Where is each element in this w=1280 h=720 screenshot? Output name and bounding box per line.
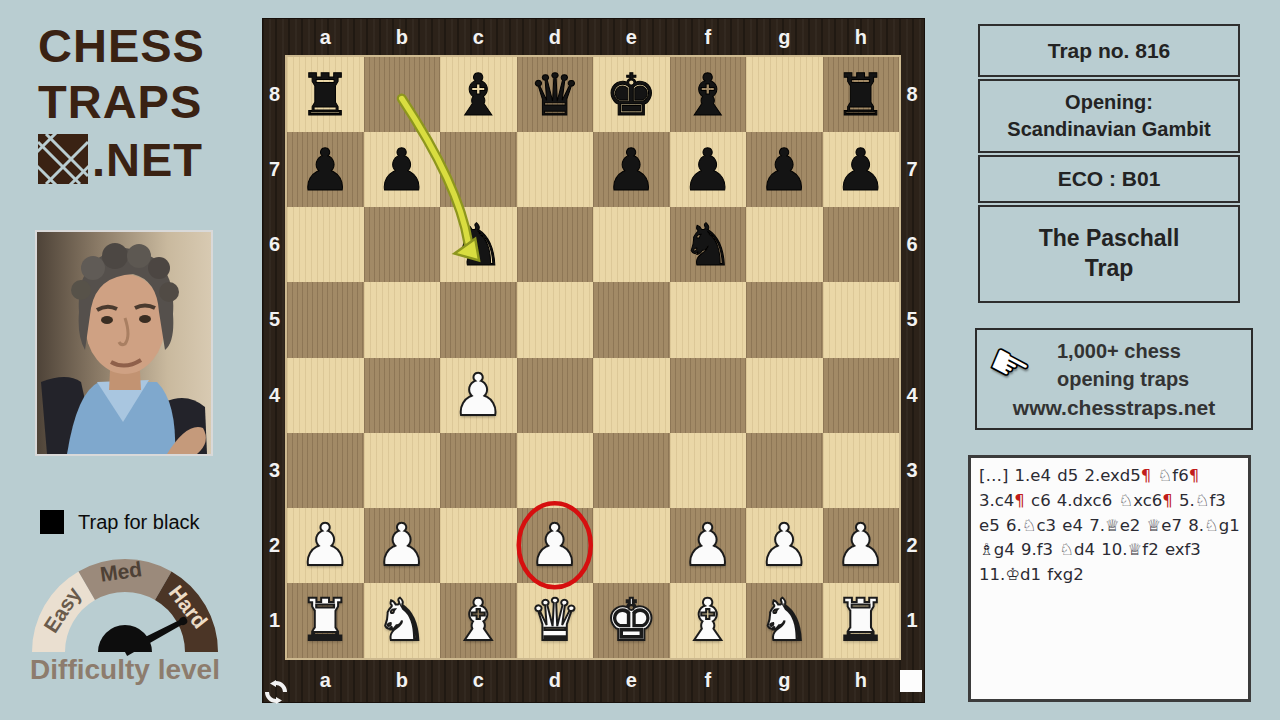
rank-label-6: 6: [899, 207, 925, 282]
file-label-c: c: [440, 658, 517, 703]
rank-label-5: 5: [262, 282, 287, 357]
square-g2: ♟: [746, 508, 823, 583]
square-b2: ♟: [364, 508, 441, 583]
logo-line1: CHESS: [38, 22, 205, 69]
opening-label: Opening:: [1065, 89, 1153, 116]
square-a6: [287, 207, 364, 282]
square-c2: [440, 508, 517, 583]
chess-board: abcdefgh abcdefgh 87654321 87654321 ♜♝♛♚…: [262, 18, 925, 703]
square-b7: ♟: [364, 132, 441, 207]
rank-label-4: 4: [899, 358, 925, 433]
file-label-a: a: [287, 658, 364, 703]
rank-label-3: 3: [262, 433, 287, 508]
black-pawn: ♟: [758, 141, 810, 199]
rank-labels-left: 87654321: [262, 57, 287, 658]
trap-number: Trap no. 816: [1048, 39, 1171, 63]
white-queen: ♛: [529, 591, 581, 649]
rank-label-5: 5: [899, 282, 925, 357]
flip-board-icon[interactable]: [264, 680, 288, 704]
move-annotation-flag: ¶: [1014, 491, 1025, 510]
trap-name-box: The Paschall Trap: [978, 205, 1240, 303]
rank-label-6: 6: [262, 207, 287, 282]
square-a1: ♜: [287, 583, 364, 658]
black-queen: ♛: [529, 66, 581, 124]
square-c7: [440, 132, 517, 207]
square-g7: ♟: [746, 132, 823, 207]
rank-labels-right: 87654321: [899, 57, 925, 658]
square-f3: [670, 433, 747, 508]
site-logo: CHESS TRAPS .NET: [38, 22, 205, 193]
square-e1: ♚: [593, 583, 670, 658]
move-annotation-flag: ¶: [1141, 466, 1152, 485]
square-f7: ♟: [670, 132, 747, 207]
square-d5: [517, 282, 594, 357]
square-e8: ♚: [593, 57, 670, 132]
file-label-f: f: [670, 658, 747, 703]
square-a3: [287, 433, 364, 508]
square-f6: ♞: [670, 207, 747, 282]
rank-label-1: 1: [262, 583, 287, 658]
difficulty-title: Difficulty level: [8, 654, 242, 686]
square-b6: [364, 207, 441, 282]
square-c8: ♝: [440, 57, 517, 132]
square-e2: [593, 508, 670, 583]
square-g8: [746, 57, 823, 132]
file-label-g: g: [746, 658, 823, 703]
rank-label-2: 2: [262, 508, 287, 583]
eco-box: ECO : B01: [978, 155, 1240, 203]
square-a7: ♟: [287, 132, 364, 207]
square-d3: [517, 433, 594, 508]
rank-label-1: 1: [899, 583, 925, 658]
page: CHESS TRAPS .NET: [0, 0, 1280, 720]
square-e5: [593, 282, 670, 357]
opening-box: Opening: Scandinavian Gambit: [978, 79, 1240, 153]
move-text: c6 4.dxc6 ♘xc6: [1025, 491, 1162, 510]
square-e4: [593, 358, 670, 433]
square-a8: ♜: [287, 57, 364, 132]
white-knight: ♞: [376, 591, 428, 649]
rank-label-7: 7: [899, 132, 925, 207]
rank-label-8: 8: [262, 57, 287, 132]
white-pawn: ♟: [452, 366, 504, 424]
hand-pointer-icon: ☛: [979, 331, 1041, 398]
square-h4: [823, 358, 900, 433]
square-h6: [823, 207, 900, 282]
file-label-h: h: [823, 658, 900, 703]
black-side-square-icon: [40, 510, 64, 534]
square-b8: [364, 57, 441, 132]
promo-box: ☛ 1,000+ chess opening traps www.chesstr…: [975, 328, 1253, 430]
file-labels-top: abcdefgh: [287, 18, 899, 57]
logo-net: .NET: [92, 136, 203, 183]
presenter-photo: [35, 230, 213, 456]
file-label-b: b: [364, 18, 441, 57]
square-a2: ♟: [287, 508, 364, 583]
black-pawn: ♟: [299, 141, 351, 199]
promo-line2: opening traps: [1057, 368, 1247, 391]
square-g6: [746, 207, 823, 282]
white-knight: ♞: [758, 591, 810, 649]
square-e7: ♟: [593, 132, 670, 207]
black-knight: ♞: [682, 216, 734, 274]
square-h5: [823, 282, 900, 357]
white-pawn: ♟: [835, 516, 887, 574]
square-f8: ♝: [670, 57, 747, 132]
square-f2: ♟: [670, 508, 747, 583]
white-to-move-indicator: [900, 670, 922, 692]
white-pawn: ♟: [376, 516, 428, 574]
square-c4: ♟: [440, 358, 517, 433]
move-text: […] 1.e4 d5 2.exd5: [979, 466, 1141, 485]
file-label-f: f: [670, 18, 747, 57]
promo-line1: 1,000+ chess: [1057, 340, 1247, 363]
square-d7: [517, 132, 594, 207]
file-label-d: d: [517, 658, 594, 703]
white-king: ♚: [605, 591, 657, 649]
square-e3: [593, 433, 670, 508]
square-f5: [670, 282, 747, 357]
black-pawn: ♟: [605, 141, 657, 199]
file-label-c: c: [440, 18, 517, 57]
square-c1: ♝: [440, 583, 517, 658]
square-g4: [746, 358, 823, 433]
white-bishop: ♝: [682, 591, 734, 649]
square-h1: ♜: [823, 583, 900, 658]
square-a5: [287, 282, 364, 357]
square-h2: ♟: [823, 508, 900, 583]
square-e6: [593, 207, 670, 282]
black-rook: ♜: [299, 66, 351, 124]
trap-name-line2: Trap: [1085, 254, 1134, 284]
square-d1: ♛: [517, 583, 594, 658]
white-pawn: ♟: [299, 516, 351, 574]
move-annotation-flag: ¶: [1162, 491, 1173, 510]
white-pawn: ♟: [682, 516, 734, 574]
move-annotation-flag: ¶: [1189, 466, 1200, 485]
rank-label-4: 4: [262, 358, 287, 433]
website-link[interactable]: www.chesstraps.net: [977, 396, 1251, 420]
square-d4: [517, 358, 594, 433]
black-pawn: ♟: [835, 141, 887, 199]
square-c3: [440, 433, 517, 508]
white-rook: ♜: [835, 591, 887, 649]
black-pawn: ♟: [682, 141, 734, 199]
square-d6: [517, 207, 594, 282]
rank-label-8: 8: [899, 57, 925, 132]
square-g3: [746, 433, 823, 508]
square-b3: [364, 433, 441, 508]
white-rook: ♜: [299, 591, 351, 649]
logo-line2: TRAPS: [38, 78, 205, 125]
square-d8: ♛: [517, 57, 594, 132]
square-g5: [746, 282, 823, 357]
square-c5: [440, 282, 517, 357]
opening-name: Scandinavian Gambit: [1007, 116, 1210, 143]
net-lattice-icon: [38, 134, 88, 184]
white-pawn: ♟: [529, 516, 581, 574]
file-labels-bottom: abcdefgh: [287, 658, 899, 703]
black-knight: ♞: [452, 216, 504, 274]
rank-label-7: 7: [262, 132, 287, 207]
square-b4: [364, 358, 441, 433]
file-label-d: d: [517, 18, 594, 57]
square-f4: [670, 358, 747, 433]
trap-number-box: Trap no. 816: [978, 24, 1240, 77]
square-h7: ♟: [823, 132, 900, 207]
square-c6: ♞: [440, 207, 517, 282]
white-pawn: ♟: [758, 516, 810, 574]
square-b5: [364, 282, 441, 357]
square-a4: [287, 358, 364, 433]
move-list-text: […] 1.e4 d5 2.exd5¶ ♘f6¶ 3.c4¶ c6 4.dxc6…: [979, 464, 1240, 588]
file-label-a: a: [287, 18, 364, 57]
rank-label-3: 3: [899, 433, 925, 508]
square-h3: [823, 433, 900, 508]
square-h8: ♜: [823, 57, 900, 132]
file-label-b: b: [364, 658, 441, 703]
file-label-h: h: [823, 18, 900, 57]
square-d2: ♟: [517, 508, 594, 583]
eco-code: ECO : B01: [1058, 167, 1161, 191]
move-text: 3.c4: [979, 491, 1014, 510]
move-list-panel[interactable]: […] 1.e4 d5 2.exd5¶ ♘f6¶ 3.c4¶ c6 4.dxc6…: [968, 455, 1251, 702]
file-label-e: e: [593, 658, 670, 703]
move-text: ♘f6: [1151, 466, 1188, 485]
board-squares: ♜♝♛♚♝♜♟♟♟♟♟♟♞♞♟♟♟♟♟♟♟♜♞♝♛♚♝♞♜: [287, 57, 899, 658]
white-bishop: ♝: [452, 591, 504, 649]
black-bishop: ♝: [452, 66, 504, 124]
black-pawn: ♟: [376, 141, 428, 199]
black-king: ♚: [605, 66, 657, 124]
rank-label-2: 2: [899, 508, 925, 583]
square-g1: ♞: [746, 583, 823, 658]
file-label-e: e: [593, 18, 670, 57]
square-b1: ♞: [364, 583, 441, 658]
file-label-g: g: [746, 18, 823, 57]
trap-side-label: Trap for black: [78, 511, 200, 534]
square-f1: ♝: [670, 583, 747, 658]
trap-name-line1: The Paschall: [1039, 224, 1180, 254]
black-bishop: ♝: [682, 66, 734, 124]
black-rook: ♜: [835, 66, 887, 124]
